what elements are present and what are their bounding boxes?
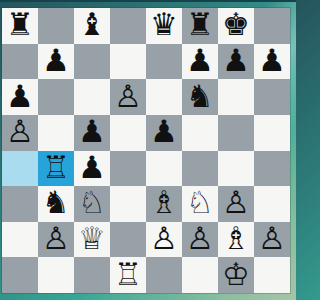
piece-black-pawn: ♟ [42,45,70,76]
square-g2[interactable]: ♗ [218,222,254,258]
square-d3[interactable] [110,186,146,222]
square-f7[interactable]: ♟ [182,44,218,80]
square-f8[interactable]: ♜ [182,8,218,44]
piece-black-king: ♚ [222,9,250,40]
square-e3[interactable]: ♗ [146,186,182,222]
square-g4[interactable] [218,151,254,187]
square-a2[interactable] [2,222,38,258]
piece-white-king: ♔ [222,259,250,290]
piece-black-pawn: ♟ [78,116,106,147]
square-c2[interactable]: ♕ [74,222,110,258]
square-a8[interactable]: ♜ [2,8,38,44]
piece-white-pawn: ♙ [222,187,250,218]
square-h6[interactable] [254,79,290,115]
square-a3[interactable] [2,186,38,222]
piece-white-bishop: ♗ [222,223,250,254]
square-d6[interactable]: ♙ [110,79,146,115]
piece-black-pawn: ♟ [222,45,250,76]
square-c7[interactable] [74,44,110,80]
square-h4[interactable] [254,151,290,187]
piece-black-pawn: ♟ [150,116,178,147]
piece-black-pawn: ♟ [186,45,214,76]
square-c6[interactable] [74,79,110,115]
square-g6[interactable] [218,79,254,115]
square-f3[interactable]: ♘ [182,186,218,222]
square-b8[interactable] [38,8,74,44]
piece-black-pawn: ♟ [258,45,286,76]
piece-white-bishop: ♗ [150,187,178,218]
piece-black-pawn: ♟ [78,152,106,183]
square-f5[interactable] [182,115,218,151]
square-g5[interactable] [218,115,254,151]
square-c3[interactable]: ♘ [74,186,110,222]
piece-black-queen: ♛ [150,9,178,40]
square-f4[interactable] [182,151,218,187]
square-a1[interactable] [2,257,38,293]
square-h7[interactable]: ♟ [254,44,290,80]
square-c1[interactable] [74,257,110,293]
square-b1[interactable] [38,257,74,293]
piece-white-pawn: ♙ [6,116,34,147]
square-b5[interactable] [38,115,74,151]
square-d5[interactable] [110,115,146,151]
piece-white-pawn: ♙ [114,81,142,112]
square-e4[interactable] [146,151,182,187]
square-g7[interactable]: ♟ [218,44,254,80]
square-d1[interactable]: ♖ [110,257,146,293]
wallpaper-top-edge [0,0,296,2]
piece-white-knight: ♘ [186,187,214,218]
square-g8[interactable]: ♚ [218,8,254,44]
piece-black-rook: ♜ [186,9,214,40]
square-d4[interactable] [110,151,146,187]
square-e1[interactable] [146,257,182,293]
square-g3[interactable]: ♙ [218,186,254,222]
square-e2[interactable]: ♙ [146,222,182,258]
piece-white-pawn: ♙ [42,223,70,254]
square-a6[interactable]: ♟ [2,79,38,115]
piece-black-pawn: ♟ [6,81,34,112]
square-h1[interactable] [254,257,290,293]
piece-white-pawn: ♙ [150,223,178,254]
piece-white-rook: ♖ [42,152,70,183]
square-d7[interactable] [110,44,146,80]
square-b4[interactable]: ♖ [38,151,74,187]
square-h3[interactable] [254,186,290,222]
piece-white-pawn: ♙ [186,223,214,254]
square-e6[interactable] [146,79,182,115]
piece-black-rook: ♜ [6,9,34,40]
square-b7[interactable]: ♟ [38,44,74,80]
square-g1[interactable]: ♔ [218,257,254,293]
square-d8[interactable] [110,8,146,44]
piece-white-queen: ♕ [78,223,106,254]
square-c5[interactable]: ♟ [74,115,110,151]
square-e8[interactable]: ♛ [146,8,182,44]
square-f6[interactable]: ♞ [182,79,218,115]
square-c8[interactable]: ♝ [74,8,110,44]
square-a7[interactable] [2,44,38,80]
square-a4[interactable] [2,151,38,187]
square-c4[interactable]: ♟ [74,151,110,187]
square-f2[interactable]: ♙ [182,222,218,258]
piece-white-knight: ♘ [78,187,106,218]
square-b6[interactable] [38,79,74,115]
chess-board: ♜♝♛♜♚♟♟♟♟♟♙♞♙♟♟♖♟♞♘♗♘♙♙♕♙♙♗♙♖♔ [2,8,290,293]
piece-black-knight: ♞ [186,81,214,112]
square-b2[interactable]: ♙ [38,222,74,258]
square-d2[interactable] [110,222,146,258]
square-h8[interactable] [254,8,290,44]
square-h5[interactable] [254,115,290,151]
square-e7[interactable] [146,44,182,80]
square-f1[interactable] [182,257,218,293]
piece-white-rook: ♖ [114,259,142,290]
piece-black-knight: ♞ [42,187,70,218]
square-e5[interactable]: ♟ [146,115,182,151]
square-a5[interactable]: ♙ [2,115,38,151]
square-b3[interactable]: ♞ [38,186,74,222]
piece-black-bishop: ♝ [78,9,106,40]
square-h2[interactable]: ♙ [254,222,290,258]
piece-white-pawn: ♙ [258,223,286,254]
